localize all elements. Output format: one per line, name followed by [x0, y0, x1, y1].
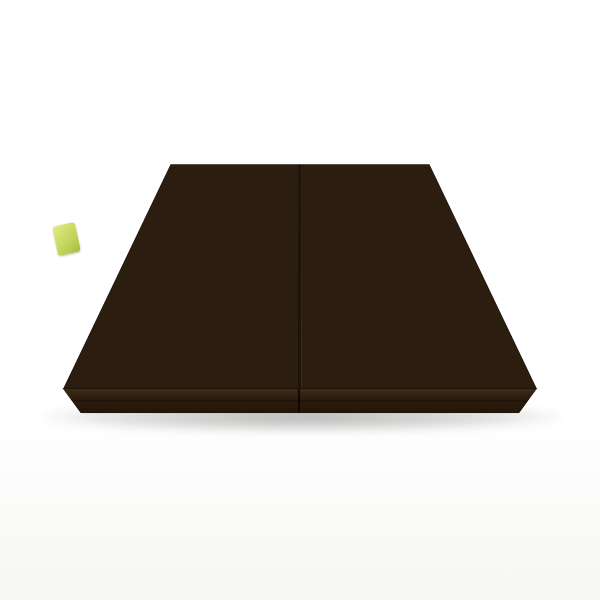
fold-seam [298, 164, 301, 388]
board-plane [65, 164, 536, 388]
box-front-side [62, 388, 537, 413]
photo-scene [0, 0, 600, 600]
box-front-seam [298, 389, 300, 413]
